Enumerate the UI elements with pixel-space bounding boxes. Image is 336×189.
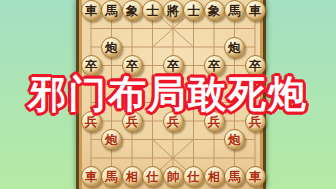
- piece-red-horse[interactable]: 馬: [101, 166, 122, 187]
- piece-glyph: 車: [85, 4, 98, 17]
- piece-glyph: 相: [126, 171, 139, 184]
- piece-red-advisor[interactable]: 仕: [142, 166, 163, 187]
- piece-glyph: 馬: [228, 171, 241, 184]
- piece-red-horse[interactable]: 馬: [224, 166, 245, 187]
- piece-glyph: 炮: [105, 134, 118, 147]
- piece-red-cannon[interactable]: 炮: [101, 129, 122, 150]
- piece-glyph: 相: [208, 171, 221, 184]
- piece-black-cannon[interactable]: 炮: [101, 37, 122, 58]
- piece-glyph: 仕: [187, 171, 200, 184]
- piece-glyph: 馬: [105, 4, 118, 17]
- piece-glyph: 車: [249, 4, 262, 17]
- piece-red-cannon[interactable]: 炮: [224, 129, 245, 150]
- piece-glyph: 象: [126, 4, 139, 17]
- piece-red-general[interactable]: 帥: [163, 166, 184, 187]
- piece-black-advisor[interactable]: 士: [183, 0, 204, 21]
- piece-glyph: 仕: [146, 171, 159, 184]
- piece-glyph: 馬: [105, 171, 118, 184]
- piece-black-general[interactable]: 將: [163, 0, 184, 21]
- piece-black-horse[interactable]: 馬: [101, 0, 122, 21]
- app-background: 車馬象士將士象馬車炮炮卒卒卒卒卒兵兵兵兵兵炮炮車馬相仕帥仕相馬車 邪门布局敢死炮: [0, 0, 336, 189]
- piece-glyph: 車: [249, 171, 262, 184]
- piece-glyph: 炮: [105, 41, 118, 54]
- piece-glyph: 士: [187, 4, 200, 17]
- piece-black-cannon[interactable]: 炮: [224, 37, 245, 58]
- piece-black-chariot[interactable]: 車: [245, 0, 266, 21]
- piece-black-horse[interactable]: 馬: [224, 0, 245, 21]
- piece-glyph: 帥: [167, 171, 180, 184]
- piece-glyph: 將: [167, 4, 180, 17]
- piece-black-elephant[interactable]: 象: [204, 0, 225, 21]
- piece-red-elephant[interactable]: 相: [204, 166, 225, 187]
- piece-glyph: 車: [85, 171, 98, 184]
- piece-red-advisor[interactable]: 仕: [183, 166, 204, 187]
- piece-red-elephant[interactable]: 相: [122, 166, 143, 187]
- piece-black-elephant[interactable]: 象: [122, 0, 143, 21]
- piece-glyph: 炮: [228, 41, 241, 54]
- piece-glyph: 炮: [228, 134, 241, 147]
- piece-glyph: 馬: [228, 4, 241, 17]
- piece-glyph: 象: [208, 4, 221, 17]
- piece-glyph: 士: [146, 4, 159, 17]
- piece-black-chariot[interactable]: 車: [81, 0, 102, 21]
- piece-red-chariot[interactable]: 車: [245, 166, 266, 187]
- video-title-overlay: 邪门布局敢死炮: [0, 69, 336, 120]
- piece-red-chariot[interactable]: 車: [81, 166, 102, 187]
- piece-black-advisor[interactable]: 士: [142, 0, 163, 21]
